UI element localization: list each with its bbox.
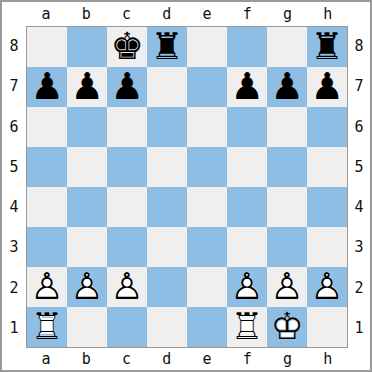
square-a3[interactable] <box>27 227 67 267</box>
square-h4[interactable] <box>307 187 347 227</box>
square-c8[interactable]: ♚ <box>107 27 147 67</box>
square-a5[interactable] <box>27 147 67 187</box>
file-label-top-e: e <box>187 2 227 26</box>
square-h7[interactable]: ♟ <box>307 67 347 107</box>
white-pawn-glyph: ♙ <box>227 267 267 307</box>
rank-label-right-3: 3 <box>348 227 370 267</box>
square-b2[interactable]: ♟♙ <box>67 267 107 307</box>
rank-label-left-3: 3 <box>2 227 26 267</box>
square-f7[interactable]: ♟ <box>227 67 267 107</box>
file-label-bottom-e: e <box>187 348 227 370</box>
file-label-bottom-f: f <box>227 348 267 370</box>
square-c2[interactable]: ♟♙ <box>107 267 147 307</box>
black-king[interactable]: ♚ <box>107 27 147 67</box>
square-c6[interactable] <box>107 107 147 147</box>
square-c5[interactable] <box>107 147 147 187</box>
square-a6[interactable] <box>27 107 67 147</box>
square-e5[interactable] <box>187 147 227 187</box>
black-rook-glyph: ♜ <box>307 27 347 67</box>
square-a7[interactable]: ♟ <box>27 67 67 107</box>
square-d8[interactable]: ♜ <box>147 27 187 67</box>
square-b1[interactable] <box>67 307 107 347</box>
rank-labels-left: 87654321 <box>2 26 26 348</box>
white-king[interactable]: ♚♔ <box>267 307 307 347</box>
file-label-top-c: c <box>107 2 147 26</box>
rank-label-left-5: 5 <box>2 147 26 187</box>
file-label-top-h: h <box>308 2 348 26</box>
rank-label-left-2: 2 <box>2 268 26 308</box>
square-h2[interactable]: ♟♙ <box>307 267 347 307</box>
square-e1[interactable] <box>187 307 227 347</box>
square-f8[interactable] <box>227 27 267 67</box>
square-g1[interactable]: ♚♔ <box>267 307 307 347</box>
square-g5[interactable] <box>267 147 307 187</box>
white-pawn-glyph: ♙ <box>27 267 67 307</box>
square-g7[interactable]: ♟ <box>267 67 307 107</box>
file-label-top-d: d <box>147 2 187 26</box>
square-f2[interactable]: ♟♙ <box>227 267 267 307</box>
rank-label-right-2: 2 <box>348 268 370 308</box>
white-rook[interactable]: ♜♖ <box>27 307 67 347</box>
white-pawn[interactable]: ♟♙ <box>227 267 267 307</box>
square-e4[interactable] <box>187 187 227 227</box>
square-b4[interactable] <box>67 187 107 227</box>
square-d4[interactable] <box>147 187 187 227</box>
rank-label-right-1: 1 <box>348 308 370 348</box>
square-a1[interactable]: ♜♖ <box>27 307 67 347</box>
black-rook-glyph: ♜ <box>147 27 187 67</box>
rank-labels-right: 87654321 <box>348 26 370 348</box>
rank-label-left-6: 6 <box>2 107 26 147</box>
square-h3[interactable] <box>307 227 347 267</box>
white-pawn-glyph: ♙ <box>267 267 307 307</box>
white-pawn[interactable]: ♟♙ <box>267 267 307 307</box>
white-pawn-glyph: ♙ <box>67 267 107 307</box>
black-pawn-glyph: ♟ <box>307 67 347 107</box>
square-e8[interactable] <box>187 27 227 67</box>
file-label-top-a: a <box>26 2 66 26</box>
square-e7[interactable] <box>187 67 227 107</box>
white-pawn-glyph: ♙ <box>307 267 347 307</box>
square-f4[interactable] <box>227 187 267 227</box>
black-pawn-glyph: ♟ <box>107 67 147 107</box>
file-label-bottom-d: d <box>147 348 187 370</box>
black-pawn[interactable]: ♟ <box>67 67 107 107</box>
white-rook-glyph: ♖ <box>27 307 67 347</box>
black-pawn[interactable]: ♟ <box>227 67 267 107</box>
white-rook[interactable]: ♜♖ <box>227 307 267 347</box>
square-d6[interactable] <box>147 107 187 147</box>
square-c1[interactable] <box>107 307 147 347</box>
black-pawn[interactable]: ♟ <box>307 67 347 107</box>
chess-diagram: abcdefgh 87654321 87654321 abcdefgh ♚♜♜♟… <box>0 0 372 372</box>
square-c3[interactable] <box>107 227 147 267</box>
square-g8[interactable] <box>267 27 307 67</box>
file-label-bottom-c: c <box>107 348 147 370</box>
rank-label-right-7: 7 <box>348 66 370 106</box>
square-g6[interactable] <box>267 107 307 147</box>
file-label-bottom-g: g <box>268 348 308 370</box>
rank-label-left-7: 7 <box>2 66 26 106</box>
square-f3[interactable] <box>227 227 267 267</box>
square-f5[interactable] <box>227 147 267 187</box>
black-rook[interactable]: ♜ <box>307 27 347 67</box>
square-e2[interactable] <box>187 267 227 307</box>
square-h8[interactable]: ♜ <box>307 27 347 67</box>
white-king-glyph: ♔ <box>267 307 307 347</box>
square-g3[interactable] <box>267 227 307 267</box>
file-label-bottom-b: b <box>66 348 106 370</box>
file-label-top-f: f <box>227 2 267 26</box>
square-e3[interactable] <box>187 227 227 267</box>
square-h1[interactable] <box>307 307 347 347</box>
rank-label-left-8: 8 <box>2 26 26 66</box>
square-d7[interactable] <box>147 67 187 107</box>
rank-label-right-6: 6 <box>348 107 370 147</box>
square-b7[interactable]: ♟ <box>67 67 107 107</box>
white-pawn[interactable]: ♟♙ <box>67 267 107 307</box>
black-pawn[interactable]: ♟ <box>27 67 67 107</box>
chess-board: ♚♜♜♟♟♟♟♟♟♟♙♟♙♟♙♟♙♟♙♟♙♜♖♜♖♚♔ <box>26 26 348 348</box>
white-rook-glyph: ♖ <box>227 307 267 347</box>
square-d5[interactable] <box>147 147 187 187</box>
square-c7[interactable]: ♟ <box>107 67 147 107</box>
square-c4[interactable] <box>107 187 147 227</box>
rank-label-right-8: 8 <box>348 26 370 66</box>
square-d1[interactable] <box>147 307 187 347</box>
square-f1[interactable]: ♜♖ <box>227 307 267 347</box>
black-rook[interactable]: ♜ <box>147 27 187 67</box>
file-label-bottom-h: h <box>308 348 348 370</box>
square-d2[interactable] <box>147 267 187 307</box>
square-b8[interactable] <box>67 27 107 67</box>
white-pawn[interactable]: ♟♙ <box>27 267 67 307</box>
square-e6[interactable] <box>187 107 227 147</box>
square-h6[interactable] <box>307 107 347 147</box>
black-pawn[interactable]: ♟ <box>107 67 147 107</box>
file-label-top-b: b <box>66 2 106 26</box>
black-pawn[interactable]: ♟ <box>267 67 307 107</box>
white-pawn[interactable]: ♟♙ <box>307 267 347 307</box>
black-pawn-glyph: ♟ <box>27 67 67 107</box>
black-pawn-glyph: ♟ <box>227 67 267 107</box>
square-f6[interactable] <box>227 107 267 147</box>
square-b6[interactable] <box>67 107 107 147</box>
file-labels-bottom: abcdefgh <box>26 348 348 370</box>
square-a4[interactable] <box>27 187 67 227</box>
square-b3[interactable] <box>67 227 107 267</box>
white-pawn[interactable]: ♟♙ <box>107 267 147 307</box>
square-a2[interactable]: ♟♙ <box>27 267 67 307</box>
rank-label-right-4: 4 <box>348 187 370 227</box>
black-pawn-glyph: ♟ <box>67 67 107 107</box>
square-g4[interactable] <box>267 187 307 227</box>
black-king-glyph: ♚ <box>107 27 147 67</box>
file-label-bottom-a: a <box>26 348 66 370</box>
rank-label-left-4: 4 <box>2 187 26 227</box>
file-label-top-g: g <box>268 2 308 26</box>
rank-label-right-5: 5 <box>348 147 370 187</box>
black-pawn-glyph: ♟ <box>267 67 307 107</box>
file-labels-top: abcdefgh <box>26 2 348 26</box>
square-g2[interactable]: ♟♙ <box>267 267 307 307</box>
white-pawn-glyph: ♙ <box>107 267 147 307</box>
rank-label-left-1: 1 <box>2 308 26 348</box>
square-d3[interactable] <box>147 227 187 267</box>
square-h5[interactable] <box>307 147 347 187</box>
square-a8[interactable] <box>27 27 67 67</box>
square-b5[interactable] <box>67 147 107 187</box>
